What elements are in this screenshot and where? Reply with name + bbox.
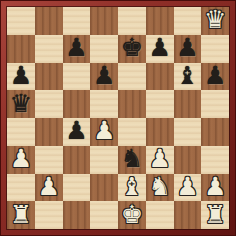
square-h1[interactable]: ♜ — [201, 201, 229, 229]
square-c1[interactable] — [63, 201, 91, 229]
square-b1[interactable] — [35, 201, 63, 229]
square-e5[interactable] — [118, 90, 146, 118]
square-g4[interactable] — [174, 118, 202, 146]
piece-white-queen[interactable]: ♛ — [204, 7, 226, 32]
square-c8[interactable] — [63, 7, 91, 35]
square-h2[interactable]: ♟ — [201, 174, 229, 202]
piece-black-pawn[interactable]: ♟ — [148, 35, 170, 60]
square-h7[interactable] — [201, 35, 229, 63]
piece-black-king[interactable]: ♚ — [121, 35, 143, 60]
piece-white-knight[interactable]: ♞ — [148, 174, 170, 199]
piece-black-bishop[interactable]: ♝ — [176, 63, 198, 88]
square-f4[interactable] — [146, 118, 174, 146]
square-e3[interactable]: ♞ — [118, 146, 146, 174]
square-a3[interactable]: ♟ — [7, 146, 35, 174]
chess-board-frame: ♛♟♚♟♟♟♟♝♟♛♟♟♟♞♟♟♝♞♟♟♜♚♜ — [0, 0, 236, 236]
square-d1[interactable] — [90, 201, 118, 229]
square-e1[interactable]: ♚ — [118, 201, 146, 229]
square-h4[interactable] — [201, 118, 229, 146]
piece-black-pawn[interactable]: ♟ — [93, 63, 115, 88]
square-e4[interactable] — [118, 118, 146, 146]
square-a8[interactable] — [7, 7, 35, 35]
piece-black-pawn[interactable]: ♟ — [65, 118, 87, 143]
square-d8[interactable] — [90, 7, 118, 35]
square-c6[interactable] — [63, 63, 91, 91]
square-d2[interactable] — [90, 174, 118, 202]
square-e7[interactable]: ♚ — [118, 35, 146, 63]
square-c3[interactable] — [63, 146, 91, 174]
piece-white-rook[interactable]: ♜ — [204, 202, 226, 227]
piece-white-pawn[interactable]: ♟ — [148, 146, 170, 171]
square-b5[interactable] — [35, 90, 63, 118]
square-g5[interactable] — [174, 90, 202, 118]
square-d6[interactable]: ♟ — [90, 63, 118, 91]
square-g2[interactable]: ♟ — [174, 174, 202, 202]
square-b8[interactable] — [35, 7, 63, 35]
square-d3[interactable] — [90, 146, 118, 174]
piece-white-pawn[interactable]: ♟ — [10, 146, 32, 171]
piece-white-king[interactable]: ♚ — [121, 202, 143, 227]
piece-black-pawn[interactable]: ♟ — [176, 35, 198, 60]
square-c5[interactable] — [63, 90, 91, 118]
square-g7[interactable]: ♟ — [174, 35, 202, 63]
piece-black-pawn[interactable]: ♟ — [10, 63, 32, 88]
square-b3[interactable] — [35, 146, 63, 174]
square-f1[interactable] — [146, 201, 174, 229]
piece-white-pawn[interactable]: ♟ — [93, 118, 115, 143]
square-b2[interactable]: ♟ — [35, 174, 63, 202]
piece-black-knight[interactable]: ♞ — [121, 146, 143, 171]
square-e8[interactable] — [118, 7, 146, 35]
square-g1[interactable] — [174, 201, 202, 229]
square-a1[interactable]: ♜ — [7, 201, 35, 229]
square-h8[interactable]: ♛ — [201, 7, 229, 35]
square-d5[interactable] — [90, 90, 118, 118]
square-f7[interactable]: ♟ — [146, 35, 174, 63]
piece-white-pawn[interactable]: ♟ — [176, 174, 198, 199]
square-a6[interactable]: ♟ — [7, 63, 35, 91]
square-h5[interactable] — [201, 90, 229, 118]
square-g6[interactable]: ♝ — [174, 63, 202, 91]
piece-black-pawn[interactable]: ♟ — [204, 63, 226, 88]
square-a5[interactable]: ♛ — [7, 90, 35, 118]
square-c4[interactable]: ♟ — [63, 118, 91, 146]
square-g3[interactable] — [174, 146, 202, 174]
square-h3[interactable] — [201, 146, 229, 174]
square-f2[interactable]: ♞ — [146, 174, 174, 202]
piece-white-rook[interactable]: ♜ — [10, 202, 32, 227]
square-f6[interactable] — [146, 63, 174, 91]
piece-white-pawn[interactable]: ♟ — [204, 174, 226, 199]
square-a2[interactable] — [7, 174, 35, 202]
piece-white-bishop[interactable]: ♝ — [121, 174, 143, 199]
square-b4[interactable] — [35, 118, 63, 146]
square-h6[interactable]: ♟ — [201, 63, 229, 91]
square-b7[interactable] — [35, 35, 63, 63]
square-f8[interactable] — [146, 7, 174, 35]
square-c2[interactable] — [63, 174, 91, 202]
piece-white-pawn[interactable]: ♟ — [37, 174, 59, 199]
square-c7[interactable]: ♟ — [63, 35, 91, 63]
piece-black-queen[interactable]: ♛ — [10, 91, 32, 116]
square-a7[interactable] — [7, 35, 35, 63]
chess-board: ♛♟♚♟♟♟♟♝♟♛♟♟♟♞♟♟♝♞♟♟♜♚♜ — [7, 7, 229, 229]
square-b6[interactable] — [35, 63, 63, 91]
square-f3[interactable]: ♟ — [146, 146, 174, 174]
square-f5[interactable] — [146, 90, 174, 118]
square-a4[interactable] — [7, 118, 35, 146]
piece-black-pawn[interactable]: ♟ — [65, 35, 87, 60]
square-d4[interactable]: ♟ — [90, 118, 118, 146]
square-e2[interactable]: ♝ — [118, 174, 146, 202]
square-g8[interactable] — [174, 7, 202, 35]
square-e6[interactable] — [118, 63, 146, 91]
square-d7[interactable] — [90, 35, 118, 63]
